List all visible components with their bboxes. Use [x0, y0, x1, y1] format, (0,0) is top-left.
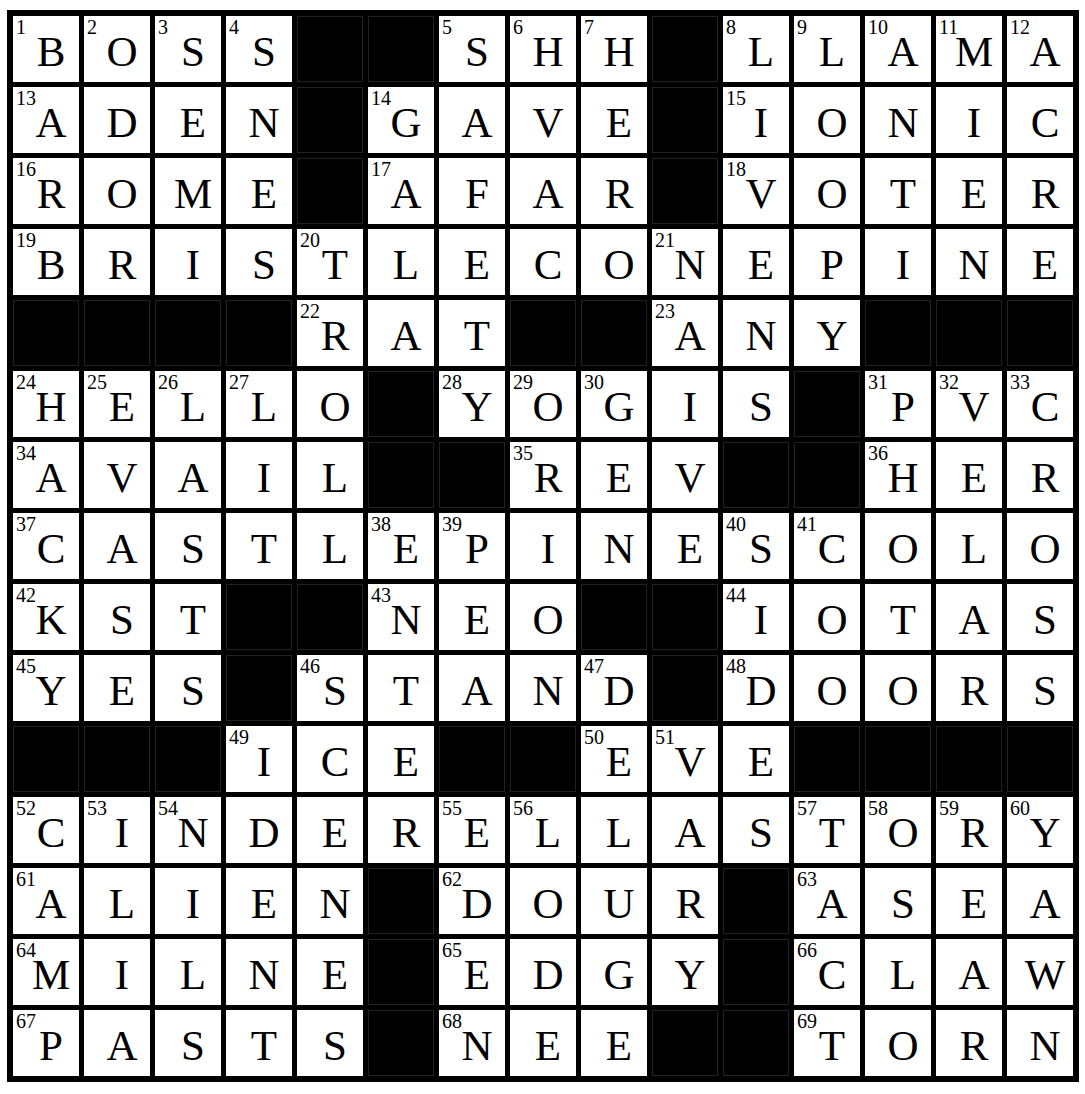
- black-cell-r11c3: [155, 726, 221, 792]
- cell-r3c11[interactable]: 18V: [723, 158, 789, 224]
- black-cell-r5c3: [155, 300, 221, 366]
- cell-r12c6[interactable]: R: [368, 797, 434, 863]
- cell-r10c2[interactable]: E: [84, 655, 150, 721]
- cell-r13c10[interactable]: R: [652, 868, 718, 934]
- cell-r10c8[interactable]: N: [510, 655, 576, 721]
- cell-letter: I: [257, 456, 271, 499]
- clue-number-69: 69: [797, 1011, 817, 1031]
- cell-r6c2[interactable]: 25E: [84, 371, 150, 437]
- cell-r3c13[interactable]: T: [865, 158, 931, 224]
- cell-letter: S: [252, 243, 276, 286]
- cell-r5c11[interactable]: N: [723, 300, 789, 366]
- black-cell-r5c8: [510, 300, 576, 366]
- clue-number-60: 60: [1010, 798, 1030, 818]
- black-cell-r11c7: [439, 726, 505, 792]
- cell-r8c13[interactable]: O: [865, 513, 931, 579]
- cell-r9c11[interactable]: 44I: [723, 584, 789, 650]
- cell-letter: L: [890, 953, 916, 996]
- cell-r12c12[interactable]: 57T: [794, 797, 860, 863]
- cell-r13c9[interactable]: U: [581, 868, 647, 934]
- cell-r10c11[interactable]: 48D: [723, 655, 789, 721]
- cell-r8c10[interactable]: E: [652, 513, 718, 579]
- cell-letter: E: [393, 740, 419, 783]
- cell-letter: T: [393, 669, 419, 712]
- cell-r12c2[interactable]: 53I: [84, 797, 150, 863]
- cell-letter: N: [745, 314, 776, 357]
- cell-r7c2[interactable]: V: [84, 442, 150, 508]
- cell-letter: L: [322, 456, 348, 499]
- cell-r13c15[interactable]: A: [1007, 868, 1073, 934]
- cell-letter: O: [887, 811, 918, 854]
- cell-letter: R: [321, 314, 350, 357]
- cell-r4c7[interactable]: E: [439, 229, 505, 295]
- cell-r14c2[interactable]: I: [84, 939, 150, 1005]
- cell-r12c3[interactable]: 54N: [155, 797, 221, 863]
- cell-r14c5[interactable]: E: [297, 939, 363, 1005]
- cell-r7c4[interactable]: I: [226, 442, 292, 508]
- black-cell-r11c1: [13, 726, 79, 792]
- cell-r15c1[interactable]: 67P: [13, 1010, 79, 1076]
- clue-number-52: 52: [16, 798, 36, 818]
- cell-r1c7[interactable]: 5S: [439, 16, 505, 82]
- cell-r5c6[interactable]: A: [368, 300, 434, 366]
- cell-letter: D: [248, 811, 279, 854]
- black-cell-r6c6: [368, 371, 434, 437]
- clue-number-32: 32: [939, 372, 959, 392]
- cell-letter: O: [603, 243, 634, 286]
- cell-r9c7[interactable]: E: [439, 584, 505, 650]
- cell-r15c12[interactable]: 69T: [794, 1010, 860, 1076]
- clue-number-33: 33: [1010, 372, 1030, 392]
- cell-r9c3[interactable]: T: [155, 584, 221, 650]
- cell-r4c4[interactable]: S: [226, 229, 292, 295]
- cell-r12c14[interactable]: 59R: [936, 797, 1002, 863]
- cell-r8c8[interactable]: I: [510, 513, 576, 579]
- clue-number-59: 59: [939, 798, 959, 818]
- cell-r4c11[interactable]: E: [723, 229, 789, 295]
- cell-r12c8[interactable]: 56L: [510, 797, 576, 863]
- cell-r7c8[interactable]: 35R: [510, 442, 576, 508]
- cell-r13c1[interactable]: 61A: [13, 868, 79, 934]
- cell-r9c1[interactable]: 42K: [13, 584, 79, 650]
- black-cell-r9c4: [226, 584, 292, 650]
- cell-letter: L: [819, 30, 845, 73]
- cell-r13c12[interactable]: 63A: [794, 868, 860, 934]
- cell-r3c9[interactable]: R: [581, 158, 647, 224]
- cell-letter: H: [603, 30, 634, 73]
- cell-r12c15[interactable]: 60Y: [1007, 797, 1073, 863]
- cell-letter: L: [322, 527, 348, 570]
- cell-r6c9[interactable]: 30G: [581, 371, 647, 437]
- cell-r2c2[interactable]: D: [84, 87, 150, 153]
- cell-r14c9[interactable]: G: [581, 939, 647, 1005]
- cell-r14c10[interactable]: Y: [652, 939, 718, 1005]
- cell-r14c14[interactable]: A: [936, 939, 1002, 1005]
- cell-r10c15[interactable]: S: [1007, 655, 1073, 721]
- cell-letter: N: [532, 669, 563, 712]
- black-cell-r13c11: [723, 868, 789, 934]
- clue-number-51: 51: [655, 727, 675, 747]
- cell-letter: C: [818, 953, 847, 996]
- cell-r15c4[interactable]: T: [226, 1010, 292, 1076]
- cell-r9c2[interactable]: S: [84, 584, 150, 650]
- cell-letter: L: [251, 385, 277, 428]
- black-cell-r5c9: [581, 300, 647, 366]
- cell-r4c13[interactable]: I: [865, 229, 931, 295]
- clue-number-47: 47: [584, 656, 604, 676]
- cell-r8c6[interactable]: 38E: [368, 513, 434, 579]
- cell-r6c5[interactable]: O: [297, 371, 363, 437]
- cell-r2c9[interactable]: E: [581, 87, 647, 153]
- cell-r15c9[interactable]: E: [581, 1010, 647, 1076]
- cell-r2c15[interactable]: C: [1007, 87, 1073, 153]
- cell-letter: E: [677, 527, 703, 570]
- cell-r4c14[interactable]: N: [936, 229, 1002, 295]
- cell-letter: K: [35, 598, 66, 641]
- cell-letter: A: [674, 314, 705, 357]
- cell-r13c2[interactable]: L: [84, 868, 150, 934]
- cell-letter: O: [106, 30, 137, 73]
- clue-number-8: 8: [726, 17, 736, 37]
- cell-r6c3[interactable]: 26L: [155, 371, 221, 437]
- cell-r12c7[interactable]: 55E: [439, 797, 505, 863]
- cell-r15c8[interactable]: E: [510, 1010, 576, 1076]
- cell-letter: E: [606, 101, 632, 144]
- cell-r8c14[interactable]: L: [936, 513, 1002, 579]
- black-cell-r2c10: [652, 87, 718, 153]
- cell-r5c12[interactable]: Y: [794, 300, 860, 366]
- cell-r14c13[interactable]: L: [865, 939, 931, 1005]
- cell-r1c1[interactable]: 1B: [13, 16, 79, 82]
- cell-letter: R: [960, 669, 989, 712]
- clue-number-43: 43: [371, 585, 391, 605]
- cell-r1c9[interactable]: 7H: [581, 16, 647, 82]
- cell-r2c7[interactable]: A: [439, 87, 505, 153]
- cell-r12c4[interactable]: D: [226, 797, 292, 863]
- black-cell-r14c6: [368, 939, 434, 1005]
- cell-letter: O: [532, 385, 563, 428]
- cell-r12c13[interactable]: 58O: [865, 797, 931, 863]
- clue-number-55: 55: [442, 798, 462, 818]
- cell-letter: O: [816, 172, 847, 215]
- clue-number-7: 7: [584, 17, 594, 37]
- cell-r4c9[interactable]: O: [581, 229, 647, 295]
- cell-r10c13[interactable]: O: [865, 655, 931, 721]
- cell-r2c1[interactable]: 13A: [13, 87, 79, 153]
- cell-r2c6[interactable]: 14G: [368, 87, 434, 153]
- cell-r15c3[interactable]: S: [155, 1010, 221, 1076]
- clue-number-31: 31: [868, 372, 888, 392]
- cell-r12c9[interactable]: L: [581, 797, 647, 863]
- cell-r7c3[interactable]: A: [155, 442, 221, 508]
- cell-letter: S: [181, 527, 205, 570]
- cell-letter: I: [186, 243, 200, 286]
- cell-letter: O: [532, 598, 563, 641]
- cell-r8c9[interactable]: N: [581, 513, 647, 579]
- cell-r3c8[interactable]: A: [510, 158, 576, 224]
- cell-r2c14[interactable]: I: [936, 87, 1002, 153]
- cell-letter: O: [887, 527, 918, 570]
- cell-r2c4[interactable]: N: [226, 87, 292, 153]
- cell-r9c15[interactable]: S: [1007, 584, 1073, 650]
- cell-r9c8[interactable]: O: [510, 584, 576, 650]
- cell-r7c15[interactable]: R: [1007, 442, 1073, 508]
- cell-r7c5[interactable]: L: [297, 442, 363, 508]
- cell-letter: S: [252, 30, 276, 73]
- cell-letter: I: [115, 953, 129, 996]
- cell-letter: W: [1025, 953, 1066, 996]
- cell-r6c7[interactable]: 28Y: [439, 371, 505, 437]
- cell-letter: N: [958, 243, 989, 286]
- cell-r4c6[interactable]: L: [368, 229, 434, 295]
- cell-r10c9[interactable]: 47D: [581, 655, 647, 721]
- cell-r3c4[interactable]: E: [226, 158, 292, 224]
- cell-letter: O: [816, 598, 847, 641]
- clue-number-2: 2: [87, 17, 97, 37]
- cell-letter: R: [534, 456, 563, 499]
- clue-number-18: 18: [726, 159, 746, 179]
- cell-r15c5[interactable]: S: [297, 1010, 363, 1076]
- cell-r13c14[interactable]: E: [936, 868, 1002, 934]
- cell-r10c14[interactable]: R: [936, 655, 1002, 721]
- cell-letter: I: [754, 598, 768, 641]
- cell-r3c12[interactable]: O: [794, 158, 860, 224]
- cell-r6c13[interactable]: 31P: [865, 371, 931, 437]
- cell-letter: Y: [461, 385, 492, 428]
- cell-r8c5[interactable]: L: [297, 513, 363, 579]
- cell-r11c6[interactable]: E: [368, 726, 434, 792]
- cell-letter: E: [109, 385, 135, 428]
- cell-r8c4[interactable]: T: [226, 513, 292, 579]
- cell-r12c10[interactable]: A: [652, 797, 718, 863]
- black-cell-r1c5: [297, 16, 363, 82]
- cell-letter: E: [180, 101, 206, 144]
- cell-r9c6[interactable]: 43N: [368, 584, 434, 650]
- cell-r11c11[interactable]: E: [723, 726, 789, 792]
- black-cell-r1c10: [652, 16, 718, 82]
- cell-r2c13[interactable]: N: [865, 87, 931, 153]
- cell-r6c4[interactable]: 27L: [226, 371, 292, 437]
- cell-r10c5[interactable]: 46S: [297, 655, 363, 721]
- cell-r14c15[interactable]: W: [1007, 939, 1073, 1005]
- black-cell-r5c13: [865, 300, 931, 366]
- cell-letter: N: [603, 527, 634, 570]
- cell-r1c3[interactable]: 3S: [155, 16, 221, 82]
- cell-r15c15[interactable]: N: [1007, 1010, 1073, 1076]
- black-cell-r5c15: [1007, 300, 1073, 366]
- clue-number-12: 12: [1010, 17, 1030, 37]
- cell-r12c11[interactable]: S: [723, 797, 789, 863]
- cell-r1c15[interactable]: 12A: [1007, 16, 1073, 82]
- cell-r3c1[interactable]: 16R: [13, 158, 79, 224]
- cell-r14c4[interactable]: N: [226, 939, 292, 1005]
- cell-letter: C: [37, 811, 66, 854]
- cell-r14c1[interactable]: 64M: [13, 939, 79, 1005]
- cell-letter: D: [532, 953, 563, 996]
- cell-r6c11[interactable]: S: [723, 371, 789, 437]
- cell-r13c4[interactable]: E: [226, 868, 292, 934]
- clue-number-4: 4: [229, 17, 239, 37]
- cell-r2c8[interactable]: V: [510, 87, 576, 153]
- cell-r3c2[interactable]: O: [84, 158, 150, 224]
- cell-letter: R: [676, 882, 705, 925]
- cell-r3c15[interactable]: R: [1007, 158, 1073, 224]
- cell-r1c11[interactable]: 8L: [723, 16, 789, 82]
- cell-r8c1[interactable]: 37C: [13, 513, 79, 579]
- cell-letter: L: [748, 30, 774, 73]
- cell-letter: I: [115, 811, 129, 854]
- cell-r7c14[interactable]: E: [936, 442, 1002, 508]
- cell-r4c1[interactable]: 19B: [13, 229, 79, 295]
- cell-r8c15[interactable]: O: [1007, 513, 1073, 579]
- cell-r10c7[interactable]: A: [439, 655, 505, 721]
- cell-r2c11[interactable]: 15I: [723, 87, 789, 153]
- cell-r5c10[interactable]: 23A: [652, 300, 718, 366]
- cell-r4c3[interactable]: I: [155, 229, 221, 295]
- cell-r8c12[interactable]: 41C: [794, 513, 860, 579]
- cell-letter: P: [39, 1024, 63, 1067]
- cell-r9c14[interactable]: A: [936, 584, 1002, 650]
- clue-number-10: 10: [868, 17, 888, 37]
- clue-number-62: 62: [442, 869, 462, 889]
- cell-letter: A: [177, 456, 208, 499]
- cell-r9c12[interactable]: O: [794, 584, 860, 650]
- cell-r14c3[interactable]: L: [155, 939, 221, 1005]
- cell-r13c5[interactable]: N: [297, 868, 363, 934]
- cell-r14c7[interactable]: 65E: [439, 939, 505, 1005]
- clue-number-42: 42: [16, 585, 36, 605]
- cell-r9c13[interactable]: T: [865, 584, 931, 650]
- cell-r11c9[interactable]: 50E: [581, 726, 647, 792]
- cell-r13c13[interactable]: S: [865, 868, 931, 934]
- cell-r1c4[interactable]: 4S: [226, 16, 292, 82]
- clue-number-44: 44: [726, 585, 746, 605]
- black-cell-r9c5: [297, 584, 363, 650]
- cell-letter: T: [180, 598, 206, 641]
- cell-r5c5[interactable]: 22R: [297, 300, 363, 366]
- cell-r13c7[interactable]: 62D: [439, 868, 505, 934]
- black-cell-r6c12: [794, 371, 860, 437]
- cell-r4c8[interactable]: C: [510, 229, 576, 295]
- cell-letter: L: [535, 811, 561, 854]
- cell-r4c10[interactable]: 21N: [652, 229, 718, 295]
- cell-letter: E: [464, 811, 490, 854]
- cell-r11c5[interactable]: C: [297, 726, 363, 792]
- cell-r1c8[interactable]: 6H: [510, 16, 576, 82]
- cell-r13c3[interactable]: I: [155, 868, 221, 934]
- cell-letter: S: [465, 30, 489, 73]
- cell-r10c1[interactable]: 45Y: [13, 655, 79, 721]
- cell-r4c15[interactable]: E: [1007, 229, 1073, 295]
- cell-letter: A: [461, 669, 492, 712]
- clue-number-48: 48: [726, 656, 746, 676]
- cell-r2c3[interactable]: E: [155, 87, 221, 153]
- clue-number-49: 49: [229, 727, 249, 747]
- cell-letter: A: [390, 314, 421, 357]
- cell-r6c10[interactable]: I: [652, 371, 718, 437]
- cell-r7c9[interactable]: E: [581, 442, 647, 508]
- cell-letter: O: [887, 669, 918, 712]
- cell-letter: H: [35, 385, 66, 428]
- cell-letter: N: [1029, 1024, 1060, 1067]
- cell-letter: A: [106, 1024, 137, 1067]
- cell-r1c13[interactable]: 10A: [865, 16, 931, 82]
- cell-r15c7[interactable]: 68N: [439, 1010, 505, 1076]
- cell-r13c8[interactable]: O: [510, 868, 576, 934]
- cell-r2c12[interactable]: O: [794, 87, 860, 153]
- clue-number-9: 9: [797, 17, 807, 37]
- cell-r7c10[interactable]: V: [652, 442, 718, 508]
- cell-letter: R: [1031, 172, 1060, 215]
- cell-r6c1[interactable]: 24H: [13, 371, 79, 437]
- cell-r4c5[interactable]: 20T: [297, 229, 363, 295]
- cell-letter: B: [37, 243, 66, 286]
- clue-number-17: 17: [371, 159, 391, 179]
- cell-r12c1[interactable]: 52C: [13, 797, 79, 863]
- cell-letter: T: [251, 527, 277, 570]
- clue-number-19: 19: [16, 230, 36, 250]
- cell-r3c6[interactable]: 17A: [368, 158, 434, 224]
- cell-r3c14[interactable]: E: [936, 158, 1002, 224]
- cell-r4c2[interactable]: R: [84, 229, 150, 295]
- cell-r10c3[interactable]: S: [155, 655, 221, 721]
- cell-r3c7[interactable]: F: [439, 158, 505, 224]
- cell-r15c2[interactable]: A: [84, 1010, 150, 1076]
- cell-r10c12[interactable]: O: [794, 655, 860, 721]
- cell-letter: A: [106, 527, 137, 570]
- clue-number-63: 63: [797, 869, 817, 889]
- black-cell-r11c2: [84, 726, 150, 792]
- cell-r8c3[interactable]: S: [155, 513, 221, 579]
- cell-r8c2[interactable]: A: [84, 513, 150, 579]
- clue-number-5: 5: [442, 17, 452, 37]
- cell-r11c4[interactable]: 49I: [226, 726, 292, 792]
- crossword-grid: 1B2O3S4S5S6H7H8L9L10A11M12A13ADEN14GAVE1…: [7, 10, 1079, 1082]
- cell-letter: I: [754, 101, 768, 144]
- cell-r6c15[interactable]: 33C: [1007, 371, 1073, 437]
- cell-r1c14[interactable]: 11M: [936, 16, 1002, 82]
- cell-r6c14[interactable]: 32V: [936, 371, 1002, 437]
- clue-number-37: 37: [16, 514, 36, 534]
- cell-letter: V: [674, 740, 705, 783]
- cell-r7c13[interactable]: 36H: [865, 442, 931, 508]
- cell-r1c2[interactable]: 2O: [84, 16, 150, 82]
- cell-letter: T: [819, 811, 845, 854]
- cell-r3c3[interactable]: M: [155, 158, 221, 224]
- cell-r5c7[interactable]: T: [439, 300, 505, 366]
- cell-letter: M: [32, 953, 70, 996]
- cell-r7c1[interactable]: 34A: [13, 442, 79, 508]
- cell-r4c12[interactable]: P: [794, 229, 860, 295]
- cell-letter: L: [180, 385, 206, 428]
- cell-r10c6[interactable]: T: [368, 655, 434, 721]
- cell-letter: R: [37, 172, 66, 215]
- cell-r14c12[interactable]: 66C: [794, 939, 860, 1005]
- black-cell-r15c6: [368, 1010, 434, 1076]
- cell-r15c14[interactable]: R: [936, 1010, 1002, 1076]
- cell-letter: N: [674, 243, 705, 286]
- cell-r12c5[interactable]: E: [297, 797, 363, 863]
- cell-r15c13[interactable]: O: [865, 1010, 931, 1076]
- cell-r1c12[interactable]: 9L: [794, 16, 860, 82]
- cell-letter: N: [887, 101, 918, 144]
- cell-r8c11[interactable]: 40S: [723, 513, 789, 579]
- cell-r6c8[interactable]: 29O: [510, 371, 576, 437]
- cell-r14c8[interactable]: D: [510, 939, 576, 1005]
- cell-r11c10[interactable]: 51V: [652, 726, 718, 792]
- clue-number-15: 15: [726, 88, 746, 108]
- cell-r8c7[interactable]: 39P: [439, 513, 505, 579]
